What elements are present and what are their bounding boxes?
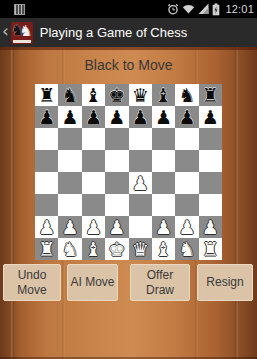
board-square-b7[interactable]: ♟ (58, 106, 81, 128)
board-square-c5[interactable] (82, 150, 105, 172)
board-square-b3[interactable] (58, 194, 81, 216)
black-pawn: ♟ (85, 107, 102, 126)
board-square-c8[interactable]: ♝ (82, 84, 105, 106)
board-square-b6[interactable] (58, 128, 81, 150)
alarm-clock-icon (167, 3, 179, 15)
board-square-e2[interactable] (129, 216, 152, 238)
board-square-e3[interactable] (129, 194, 152, 216)
board-square-g5[interactable] (175, 150, 198, 172)
black-knight: ♞ (178, 85, 195, 104)
board-square-f6[interactable] (152, 128, 175, 150)
black-pawn: ♟ (202, 107, 219, 126)
board-square-f4[interactable] (152, 172, 175, 194)
board-square-d3[interactable] (105, 194, 128, 216)
status-bar: 12:01 (0, 0, 257, 18)
board-square-f3[interactable] (152, 194, 175, 216)
board-square-g7[interactable]: ♟ (175, 106, 198, 128)
board-square-f7[interactable]: ♟ (152, 106, 175, 128)
resign-button[interactable]: Resign (197, 264, 253, 301)
board-square-g3[interactable] (175, 194, 198, 216)
back-button[interactable]: ‹ (0, 23, 11, 42)
white-rook: ♜ (38, 239, 55, 258)
board-square-f8[interactable]: ♝ (152, 84, 175, 106)
board-square-g4[interactable] (175, 172, 198, 194)
board-square-c6[interactable] (82, 128, 105, 150)
board-square-b8[interactable]: ♞ (58, 84, 81, 106)
board-square-d7[interactable]: ♟ (105, 106, 128, 128)
board-square-d8[interactable]: ♚ (105, 84, 128, 106)
board-square-e4[interactable]: ♟ (129, 172, 152, 194)
board-square-c3[interactable] (82, 194, 105, 216)
board-square-g8[interactable]: ♞ (175, 84, 198, 106)
white-king: ♚ (108, 239, 125, 258)
board-square-h3[interactable] (199, 194, 222, 216)
board-square-a7[interactable]: ♟ (35, 106, 58, 128)
white-queen: ♛ (132, 239, 149, 258)
white-pawn: ♟ (38, 217, 55, 236)
black-knight: ♞ (62, 85, 79, 104)
board-square-b1[interactable]: ♞ (58, 238, 81, 260)
board-square-e6[interactable] (129, 128, 152, 150)
screen: 12:01 ‹ ♞ ♞ Playing a Game of Chess Blac… (0, 0, 257, 359)
black-bishop: ♝ (85, 85, 102, 104)
black-rook: ♜ (38, 85, 55, 104)
board-square-f1[interactable]: ♝ (152, 238, 175, 260)
board-square-h2[interactable]: ♟ (199, 216, 222, 238)
black-pawn: ♟ (155, 107, 172, 126)
white-pawn: ♟ (178, 217, 195, 236)
board-square-c4[interactable] (82, 172, 105, 194)
ai-move-button[interactable]: AI Move (67, 264, 118, 301)
status-bar-clock: 12:01 (223, 3, 254, 15)
board-square-b4[interactable] (58, 172, 81, 194)
black-bishop: ♝ (155, 85, 172, 104)
black-queen: ♛ (132, 85, 149, 104)
black-pawn: ♟ (108, 107, 125, 126)
board-square-d2[interactable]: ♟ (105, 216, 128, 238)
turn-indicator: Black to Move (0, 57, 257, 73)
board-square-e7[interactable]: ♟ (129, 106, 152, 128)
offer-draw-button[interactable]: Offer Draw (130, 264, 190, 301)
board-square-d1[interactable]: ♚ (105, 238, 128, 260)
board-square-g2[interactable]: ♟ (175, 216, 198, 238)
wood-top-edge (0, 47, 257, 50)
board-square-a2[interactable]: ♟ (35, 216, 58, 238)
white-pawn: ♟ (108, 217, 125, 236)
board-square-b2[interactable]: ♟ (58, 216, 81, 238)
board-square-a4[interactable] (35, 172, 58, 194)
wifi-icon (182, 3, 195, 15)
white-rook: ♜ (202, 239, 219, 258)
chess-board: ♜♞♝♚♛♝♞♜♟♟♟♟♟♟♟♟♟♟♟♟♟♟♟♟♜♞♝♚♛♝♞♜ (35, 84, 222, 260)
black-pawn: ♟ (62, 107, 79, 126)
battery-charging-icon (212, 3, 220, 16)
board-square-a8[interactable]: ♜ (35, 84, 58, 106)
black-pawn: ♟ (38, 107, 55, 126)
status-bar-right: 12:01 (167, 0, 254, 18)
board-square-h8[interactable]: ♜ (199, 84, 222, 106)
white-knight: ♞ (62, 239, 79, 258)
board-square-d4[interactable] (105, 172, 128, 194)
board-square-c7[interactable]: ♟ (82, 106, 105, 128)
board-square-g6[interactable] (175, 128, 198, 150)
black-pawn: ♟ (132, 107, 149, 126)
chessboard-notification-icon (14, 4, 25, 15)
board-square-d6[interactable] (105, 128, 128, 150)
board-square-e5[interactable] (129, 150, 152, 172)
board-square-c1[interactable]: ♝ (82, 238, 105, 260)
white-pawn: ♟ (202, 217, 219, 236)
board-square-a3[interactable] (35, 194, 58, 216)
action-bar: ‹ ♞ ♞ Playing a Game of Chess (0, 18, 257, 47)
board-square-h5[interactable] (199, 150, 222, 172)
board-square-b5[interactable] (58, 150, 81, 172)
white-pawn: ♟ (85, 217, 102, 236)
white-bishop: ♝ (85, 239, 102, 258)
app-icon: ♞ ♞ (11, 22, 33, 44)
black-king: ♚ (108, 85, 125, 104)
board-square-h1[interactable]: ♜ (199, 238, 222, 260)
board-square-a6[interactable] (35, 128, 58, 150)
undo-move-button[interactable]: Undo Move (3, 264, 61, 301)
cell-signal-icon (198, 3, 209, 15)
white-pawn: ♟ (62, 217, 79, 236)
board-square-e8[interactable]: ♛ (129, 84, 152, 106)
board-square-g1[interactable]: ♞ (175, 238, 198, 260)
board-square-h4[interactable] (199, 172, 222, 194)
board-square-f2[interactable]: ♟ (152, 216, 175, 238)
page-title: Playing a Game of Chess (40, 25, 187, 40)
board-square-a1[interactable]: ♜ (35, 238, 58, 260)
white-knight: ♞ (178, 239, 195, 258)
icon-banner (13, 40, 31, 43)
white-bishop: ♝ (155, 239, 172, 258)
black-rook: ♜ (202, 85, 219, 104)
board-square-h7[interactable]: ♟ (199, 106, 222, 128)
white-pawn: ♟ (132, 173, 149, 192)
board-square-a5[interactable] (35, 150, 58, 172)
white-knight-icon: ♞ (19, 24, 32, 39)
board-square-c2[interactable]: ♟ (82, 216, 105, 238)
board-square-d5[interactable] (105, 150, 128, 172)
board-square-h6[interactable] (199, 128, 222, 150)
white-pawn: ♟ (155, 217, 172, 236)
board-square-e1[interactable]: ♛ (129, 238, 152, 260)
board-square-f5[interactable] (152, 150, 175, 172)
black-pawn: ♟ (178, 107, 195, 126)
